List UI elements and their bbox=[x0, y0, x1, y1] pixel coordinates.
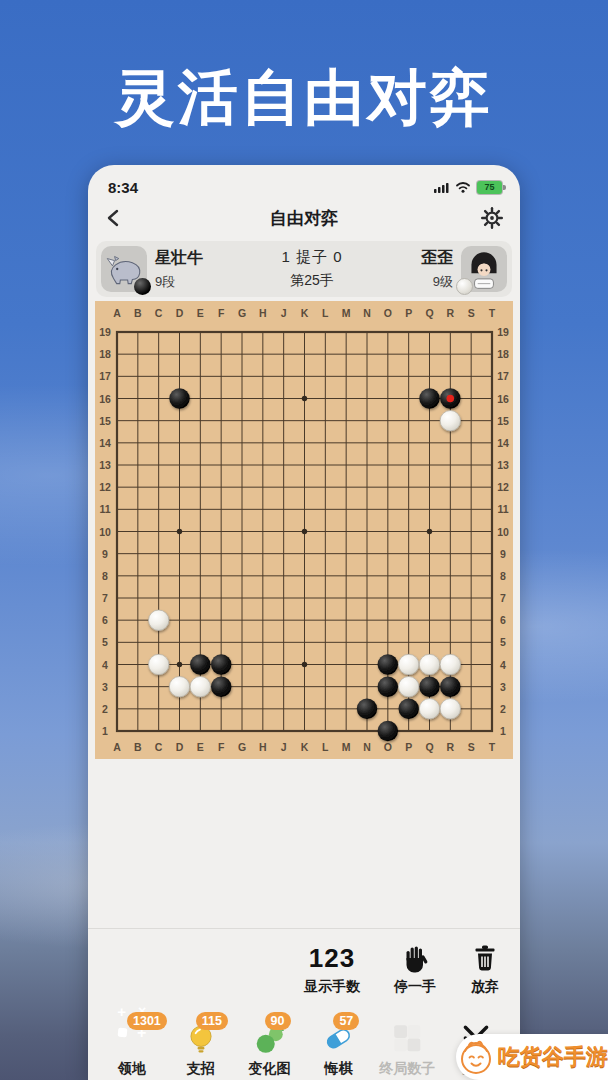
black-stone-F4 bbox=[211, 654, 231, 674]
status-bar: 8:34 75 bbox=[88, 165, 520, 199]
black-player-info: 星壮牛 9段 bbox=[155, 248, 203, 291]
final-count-button[interactable]: 终局数子 bbox=[375, 1022, 439, 1080]
white-stone-D3 bbox=[169, 677, 189, 697]
battery-icon: 75 bbox=[477, 181, 502, 194]
white-stone-E3 bbox=[190, 677, 210, 697]
black-stone-F3 bbox=[211, 677, 231, 697]
game-status: 1 提子 0 第25手 bbox=[211, 248, 413, 290]
hint-badge: 115 bbox=[196, 1012, 228, 1030]
show-move-numbers-button[interactable]: 123 显示手数 bbox=[304, 943, 360, 996]
black-player-rank: 9段 bbox=[155, 273, 203, 291]
captures-count: 1 提子 0 bbox=[211, 248, 413, 267]
actions-bar: 1301 +×+ 领地 115 支招 90 bbox=[88, 1010, 520, 1080]
black-stone-O1 bbox=[378, 721, 398, 741]
variation-button[interactable]: 90 变化图 bbox=[238, 1022, 302, 1080]
signal-icon bbox=[434, 182, 449, 193]
nav-bar: 自由对弈 bbox=[88, 199, 520, 237]
settings-button[interactable] bbox=[480, 206, 504, 230]
phone-frame: 8:34 75 自由对弈 bbox=[88, 165, 520, 1080]
gear-icon bbox=[480, 206, 504, 230]
watermark-text: 吃货谷手游 bbox=[498, 1042, 608, 1072]
pass-button[interactable]: 停一手 bbox=[394, 943, 436, 996]
black-stone-O3 bbox=[378, 677, 398, 697]
territory-badge: 1301 bbox=[127, 1012, 167, 1030]
white-stone-Q4 bbox=[419, 654, 439, 674]
white-player-info: 歪歪 9级 bbox=[421, 248, 453, 291]
white-stone-P4 bbox=[399, 654, 419, 674]
wifi-icon bbox=[455, 181, 471, 193]
white-stone-P3 bbox=[399, 677, 419, 697]
chevron-left-icon bbox=[104, 207, 124, 229]
territory-button[interactable]: 1301 +×+ 领地 bbox=[100, 1022, 164, 1080]
black-stone-Q16 bbox=[419, 388, 439, 408]
board-grid-svg bbox=[117, 332, 492, 731]
white-stone-R4 bbox=[440, 654, 460, 674]
black-stone-E4 bbox=[190, 654, 210, 674]
back-button[interactable] bbox=[104, 207, 124, 229]
white-stone-R2 bbox=[440, 699, 460, 719]
watermark: 吃货谷手游 bbox=[456, 1034, 608, 1080]
resign-button[interactable]: 放弃 bbox=[470, 943, 500, 996]
white-stone-C4 bbox=[149, 654, 169, 674]
move-number: 第25手 bbox=[211, 272, 413, 290]
white-player-avatar bbox=[461, 246, 507, 292]
hero-title: 灵活自由对弈 bbox=[0, 58, 608, 139]
player-bar: 星壮牛 9段 1 提子 0 第25手 歪歪 9级 bbox=[96, 241, 512, 297]
go-board[interactable]: ABCDEFGHJKLMNOPQRST ABCDEFGHJKLMNOPQRST … bbox=[95, 301, 513, 759]
hint-button[interactable]: 115 支招 bbox=[169, 1022, 233, 1080]
page-title: 自由对弈 bbox=[88, 207, 520, 230]
white-player-name: 歪歪 bbox=[421, 248, 453, 269]
black-stone-R3 bbox=[440, 677, 460, 697]
black-stone-Q3 bbox=[419, 677, 439, 697]
hand-icon bbox=[400, 943, 430, 973]
white-stone-R15 bbox=[440, 411, 460, 431]
counting-grid-icon bbox=[390, 1022, 424, 1056]
black-player-avatar bbox=[101, 246, 147, 292]
white-stone-badge bbox=[456, 278, 473, 295]
numbers-123-icon: 123 bbox=[309, 943, 355, 973]
toolbar: 123 显示手数 停一手 bbox=[88, 928, 520, 1010]
undo-badge: 57 bbox=[333, 1012, 359, 1030]
black-stone-O4 bbox=[378, 654, 398, 674]
black-stone-P2 bbox=[399, 699, 419, 719]
white-stone-C6 bbox=[149, 610, 169, 630]
watermark-face-icon bbox=[456, 1036, 496, 1078]
white-stone-Q2 bbox=[419, 699, 439, 719]
white-player-rank: 9级 bbox=[421, 273, 453, 291]
status-time: 8:34 bbox=[108, 179, 138, 196]
variation-badge: 90 bbox=[265, 1012, 291, 1030]
black-stone-N2 bbox=[357, 699, 377, 719]
undo-button[interactable]: 57 悔棋 bbox=[306, 1022, 370, 1080]
black-stone-badge bbox=[134, 278, 151, 295]
black-player-name: 星壮牛 bbox=[155, 248, 203, 269]
black-stone-D16 bbox=[169, 388, 189, 408]
last-move-marker bbox=[447, 395, 455, 403]
status-icons: 75 bbox=[434, 181, 502, 194]
trash-icon bbox=[470, 943, 500, 973]
board-grid[interactable] bbox=[95, 301, 513, 759]
